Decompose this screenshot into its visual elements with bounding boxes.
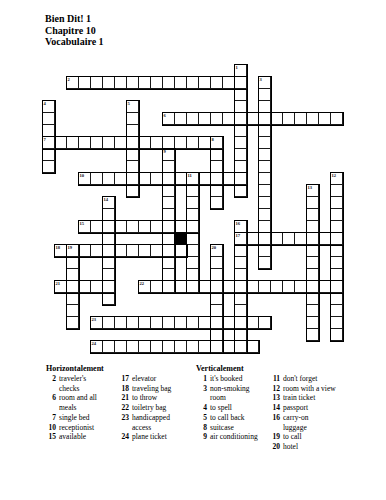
clue-item: 16carry-on: [266, 413, 336, 423]
clue-item-text: air conditioning: [210, 432, 258, 442]
title-line-3: Vocabulaire 1: [45, 36, 104, 48]
clue-item-number: 11: [266, 374, 280, 384]
clue-item-text: elevator: [132, 374, 156, 384]
clue-item-number: [44, 384, 56, 394]
title-line-1: Bien Dit! 1: [45, 13, 104, 25]
across-clues-header: Horizontalement: [46, 364, 104, 373]
title-line-2: Chapitre 10: [45, 25, 104, 37]
clue-item-number: 9: [193, 432, 207, 442]
clue-item: 20hotel: [266, 442, 336, 452]
clue-item: 1it's booked: [193, 374, 258, 384]
clue-item-number: 3: [193, 384, 207, 394]
clue-item-continuation: room: [193, 393, 258, 403]
clue-item-number: 12: [266, 384, 280, 394]
clue-item: 5to call back: [193, 413, 258, 423]
clue-item-number: [193, 393, 207, 403]
clue-item: 12room with a view: [266, 384, 336, 394]
clue-item: 14passport: [266, 403, 336, 413]
clue-item-number: 21: [114, 393, 129, 403]
clue-item-number: 24: [114, 432, 129, 442]
clue-item: 19to call: [266, 432, 336, 442]
clue-item-text: suitcase: [210, 423, 234, 433]
clue-item: 2traveler's: [44, 374, 97, 384]
clue-item-text: handicapped: [132, 413, 170, 423]
crossword-grid: 123456789101112131415161718192021222324: [42, 64, 344, 354]
page-title: Bien Dit! 1 Chapitre 10 Vocabulaire 1: [45, 13, 104, 48]
clue-item-text: to throw: [132, 393, 157, 403]
clue-item-text: room with a view: [283, 384, 336, 394]
down-clues-header: Verticalement: [196, 364, 244, 373]
clue-item: 22toiletry bag: [114, 403, 171, 413]
clue-item-text: available: [59, 432, 86, 442]
clue-item-text: to spell: [210, 403, 232, 413]
clue-item-number: 23: [114, 413, 129, 423]
clue-item-number: 18: [114, 384, 129, 394]
clue-item-text: checks: [59, 384, 79, 394]
grid-cell[interactable]: [330, 112, 343, 125]
clue-item-text: it's booked: [210, 374, 242, 384]
clue-item: 11don't forget: [266, 374, 336, 384]
grid-cell[interactable]: [66, 316, 79, 329]
clue-item-number: 14: [266, 403, 280, 413]
grid-cell[interactable]: [330, 328, 343, 341]
clue-item-text: toiletry bag: [132, 403, 166, 413]
clue-item: 17elevator: [114, 374, 171, 384]
clue-item: 10receptionist: [44, 423, 97, 433]
clue-item: 18traveling bag: [114, 384, 171, 394]
clue-item-number: 19: [266, 432, 280, 442]
down-clues-column-2: 11don't forget12room with a view13train …: [266, 374, 336, 452]
clue-item-text: single bed: [59, 413, 90, 423]
down-clues-column-1: 1it's booked3non-smokingroom4to spell5to…: [193, 374, 258, 442]
clue-item-number: 6: [44, 393, 56, 403]
worksheet-page: Bien Dit! 1 Chapitre 10 Vocabulaire 1 12…: [0, 0, 386, 500]
clue-item-continuation: meals: [44, 403, 97, 413]
grid-cell[interactable]: [210, 196, 223, 209]
clue-item: 3non-smoking: [193, 384, 258, 394]
clue-item-text: access: [132, 423, 151, 433]
clue-item-text: to call: [283, 432, 302, 442]
clue-item-number: 1: [193, 374, 207, 384]
clue-item-number: 5: [193, 413, 207, 423]
clue-item-continuation: checks: [44, 384, 97, 394]
clue-item-number: 15: [44, 432, 56, 442]
grid-cell[interactable]: [42, 160, 55, 173]
clue-item-text: meals: [59, 403, 77, 413]
clue-item-number: [44, 403, 56, 413]
clue-item-text: non-smoking: [210, 384, 250, 394]
clue-item-text: room: [210, 393, 226, 403]
across-clues-column-1: 2traveler'schecks6room and allmeals7sing…: [44, 374, 97, 442]
clue-item: 4to spell: [193, 403, 258, 413]
clue-item: 21to throw: [114, 393, 171, 403]
clue-item: 13train ticket: [266, 393, 336, 403]
clue-item-number: 13: [266, 393, 280, 403]
clue-item-number: 17: [114, 374, 129, 384]
grid-cell[interactable]: [102, 292, 115, 305]
clue-item-continuation: luggage: [266, 423, 336, 433]
clue-item-text: carry-on: [283, 413, 308, 423]
clue-item: 9air conditioning: [193, 432, 258, 442]
clue-item-number: 10: [44, 423, 56, 433]
clue-item-text: receptionist: [59, 423, 94, 433]
clue-item-number: 8: [193, 423, 207, 433]
clue-item-number: 16: [266, 413, 280, 423]
clue-item-number: [266, 423, 280, 433]
clue-item-number: 4: [193, 403, 207, 413]
clue-item: 8suitcase: [193, 423, 258, 433]
clue-item-text: hotel: [283, 442, 298, 452]
grid-cell[interactable]: [258, 316, 271, 329]
clue-item-number: [114, 423, 129, 433]
clue-item: 15available: [44, 432, 97, 442]
grid-cell[interactable]: [246, 340, 259, 353]
clue-item-continuation: access: [114, 423, 171, 433]
clue-item-number: 2: [44, 374, 56, 384]
clue-item-text: to call back: [210, 413, 245, 423]
clue-item-text: room and all: [59, 393, 97, 403]
grid-cell[interactable]: [306, 328, 319, 341]
clue-item-text: traveler's: [59, 374, 86, 384]
clue-item-number: 7: [44, 413, 56, 423]
clue-item: 24plane ticket: [114, 432, 171, 442]
grid-cell[interactable]: [126, 184, 139, 197]
clue-item: 6room and all: [44, 393, 97, 403]
clue-item-text: traveling bag: [132, 384, 171, 394]
clue-item-text: luggage: [283, 423, 307, 433]
clue-item: 23handicapped: [114, 413, 171, 423]
clue-item: 7single bed: [44, 413, 97, 423]
grid-cell[interactable]: [258, 256, 271, 269]
across-clues-column-2: 17elevator18traveling bag21to throw22toi…: [114, 374, 171, 442]
clue-item-text: train ticket: [283, 393, 315, 403]
grid-cell[interactable]: [234, 184, 247, 197]
clue-item-text: passport: [283, 403, 308, 413]
clue-item-text: don't forget: [283, 374, 317, 384]
clue-item-text: plane ticket: [132, 432, 167, 442]
clue-item-number: 22: [114, 403, 129, 413]
clue-item-number: 20: [266, 442, 280, 452]
